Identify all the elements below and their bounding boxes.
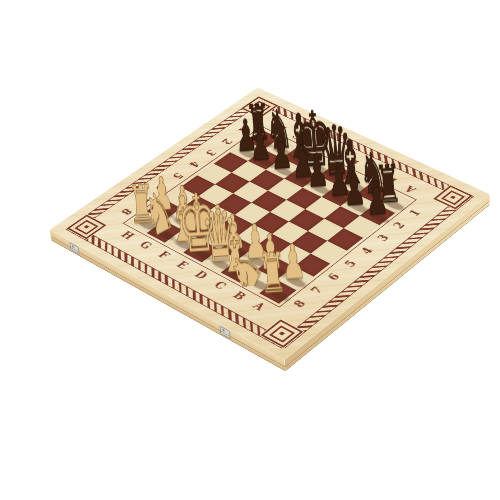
rank-label-left: 2 (217, 135, 237, 147)
rank-label-right: 2 (389, 219, 411, 232)
rank-label-left: 4 (184, 158, 204, 170)
rank-label-right: 3 (373, 231, 395, 244)
file-label-front: B (228, 289, 250, 304)
board-scene: ♜♞♝♚♛♝♞♜♟♟♟♟♟♟♟♟♟♟♟♟♟♟♟♟♜♞♝♚♛♝♞♜ HHGGFFE… (103, 45, 436, 378)
file-label-front: C (209, 279, 231, 293)
file-label-front: F (153, 248, 175, 262)
product-photo: ♜♞♝♚♛♝♞♜♟♟♟♟♟♟♟♟♟♟♟♟♟♟♟♟♜♞♝♚♛♝♞♜ HHGGFFE… (0, 0, 500, 500)
file-label-front: D (190, 268, 212, 282)
file-label-front: H (117, 229, 138, 242)
file-label-front: G (134, 239, 155, 253)
rank-label-right: 8 (289, 297, 312, 311)
metal-clasp (220, 326, 231, 340)
chess-board: ♜♞♝♚♛♝♞♜♟♟♟♟♟♟♟♟♟♟♟♟♟♟♟♟♜♞♝♚♛♝♞♜ HHGGFFE… (50, 88, 490, 360)
rank-label-right: 1 (405, 206, 426, 219)
rank-label-right: 5 (340, 257, 362, 271)
rank-label-right: 6 (324, 270, 346, 284)
rank-label-right: 7 (307, 283, 329, 297)
metal-clasp (69, 242, 79, 255)
corner-ornament (259, 318, 305, 348)
file-label-front: A (247, 299, 269, 314)
rank-label-right: 4 (357, 244, 379, 258)
file-label-front: E (171, 258, 193, 272)
